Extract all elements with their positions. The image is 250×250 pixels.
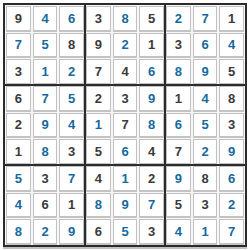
filled-digit: 8 <box>15 225 22 238</box>
sudoku-cell[interactable]: 2 <box>113 33 138 58</box>
sudoku-cell[interactable]: 5 <box>113 219 138 244</box>
filled-digit: 1 <box>41 65 48 78</box>
given-digit: 4 <box>121 65 128 78</box>
filled-digit: 5 <box>121 225 128 238</box>
sudoku-cell[interactable]: 1 <box>59 193 84 218</box>
filled-digit: 4 <box>201 92 208 105</box>
sudoku-cell[interactable]: 9 <box>193 59 218 84</box>
given-digit: 7 <box>121 118 128 131</box>
sudoku-cell[interactable]: 7 <box>166 139 191 164</box>
filled-digit: 8 <box>175 65 182 78</box>
sudoku-cell[interactable]: 3 <box>113 86 138 111</box>
filled-digit: 7 <box>228 225 235 238</box>
box-divider-horizontal-1 <box>5 84 245 86</box>
sudoku-cell[interactable]: 3 <box>166 33 191 58</box>
given-digit: 7 <box>95 65 102 78</box>
box-divider-vertical-2 <box>164 5 166 245</box>
sudoku-cell[interactable]: 2 <box>139 166 164 191</box>
sudoku-cell[interactable]: 5 <box>86 139 111 164</box>
filled-digit: 8 <box>95 198 102 211</box>
sudoku-cell[interactable]: 4 <box>166 219 191 244</box>
given-digit: 2 <box>148 172 155 185</box>
filled-digit: 1 <box>95 118 102 131</box>
sudoku-cell[interactable]: 1 <box>139 33 164 58</box>
sudoku-cell[interactable]: 6 <box>139 59 164 84</box>
sudoku-cell[interactable]: 9 <box>139 86 164 111</box>
sudoku-cell[interactable]: 5 <box>6 166 31 191</box>
filled-digit: 9 <box>68 225 75 238</box>
sudoku-cell[interactable]: 7 <box>59 166 84 191</box>
given-digit: 3 <box>148 225 155 238</box>
filled-digit: 2 <box>228 198 235 211</box>
sudoku-cell[interactable]: 7 <box>113 113 138 138</box>
filled-digit: 7 <box>41 92 48 105</box>
sudoku-cell[interactable]: 8 <box>6 219 31 244</box>
filled-digit: 4 <box>175 225 182 238</box>
filled-digit: 7 <box>148 198 155 211</box>
filled-digit: 9 <box>148 92 155 105</box>
sudoku-cell[interactable]: 7 <box>86 59 111 84</box>
sudoku-cell[interactable]: 7 <box>6 33 31 58</box>
given-digit: 3 <box>41 172 48 185</box>
sudoku-cell[interactable]: 5 <box>166 193 191 218</box>
sudoku-cell[interactable]: 9 <box>219 139 244 164</box>
filled-digit: 2 <box>175 12 182 25</box>
filled-digit: 2 <box>201 145 208 158</box>
given-digit: 3 <box>201 198 208 211</box>
given-digit: 5 <box>228 65 235 78</box>
sudoku-cell[interactable]: 2 <box>6 113 31 138</box>
filled-digit: 9 <box>41 118 48 131</box>
sudoku-grid: 9463852717589213643127468956752391482941… <box>5 5 245 245</box>
sudoku-cell[interactable]: 4 <box>113 59 138 84</box>
given-digit: 6 <box>15 92 22 105</box>
sudoku-cell[interactable]: 9 <box>166 166 191 191</box>
filled-digit: 5 <box>201 118 208 131</box>
given-digit: 1 <box>175 92 182 105</box>
filled-digit: 5 <box>68 92 75 105</box>
given-digit: 4 <box>148 145 155 158</box>
sudoku-cell[interactable]: 6 <box>86 219 111 244</box>
filled-digit: 2 <box>121 38 128 51</box>
filled-digit: 2 <box>68 65 75 78</box>
sudoku-cell[interactable]: 3 <box>139 219 164 244</box>
filled-digit: 6 <box>68 12 75 25</box>
sudoku-cell[interactable]: 6 <box>6 86 31 111</box>
sudoku-cell[interactable]: 6 <box>113 139 138 164</box>
sudoku-cell[interactable]: 1 <box>166 86 191 111</box>
given-digit: 8 <box>68 38 75 51</box>
sudoku-cell[interactable]: 2 <box>86 86 111 111</box>
filled-digit: 9 <box>175 172 182 185</box>
sudoku-cell[interactable]: 1 <box>219 6 244 31</box>
given-digit: 6 <box>41 198 48 211</box>
sudoku-cell[interactable]: 6 <box>33 193 58 218</box>
sudoku-cell[interactable]: 1 <box>6 139 31 164</box>
sudoku-cell[interactable]: 7 <box>33 86 58 111</box>
filled-digit: 8 <box>121 12 128 25</box>
sudoku-cell[interactable]: 6 <box>59 6 84 31</box>
sudoku-cell[interactable]: 9 <box>33 113 58 138</box>
sudoku-cell[interactable]: 3 <box>59 139 84 164</box>
sudoku-cell[interactable]: 1 <box>86 113 111 138</box>
sudoku-cell[interactable]: 3 <box>193 193 218 218</box>
sudoku-cell[interactable]: 6 <box>219 166 244 191</box>
sudoku-cell[interactable]: 6 <box>193 33 218 58</box>
sudoku-cell[interactable]: 3 <box>86 6 111 31</box>
filled-digit: 8 <box>41 145 48 158</box>
sudoku-cell[interactable]: 7 <box>193 6 218 31</box>
filled-digit: 1 <box>121 172 128 185</box>
filled-digit: 2 <box>41 225 48 238</box>
sudoku-cell[interactable]: 1 <box>193 219 218 244</box>
given-digit: 3 <box>95 12 102 25</box>
sudoku-cell[interactable]: 5 <box>33 33 58 58</box>
sudoku-cell[interactable]: 9 <box>6 6 31 31</box>
given-digit: 4 <box>95 172 102 185</box>
filled-digit: 6 <box>228 172 235 185</box>
filled-digit: 9 <box>201 65 208 78</box>
sudoku-cell[interactable]: 4 <box>139 139 164 164</box>
given-digit: 5 <box>148 12 155 25</box>
given-digit: 1 <box>68 198 75 211</box>
given-digit: 9 <box>95 38 102 51</box>
sudoku-cell[interactable]: 8 <box>33 139 58 164</box>
box-divider-horizontal-2 <box>5 164 245 166</box>
sudoku-cell[interactable]: 7 <box>219 219 244 244</box>
sudoku-cell[interactable]: 9 <box>86 33 111 58</box>
filled-digit: 6 <box>175 118 182 131</box>
sudoku-cell[interactable]: 4 <box>219 33 244 58</box>
filled-digit: 8 <box>148 118 155 131</box>
sudoku-cell[interactable]: 9 <box>113 193 138 218</box>
sudoku-cell[interactable]: 3 <box>219 113 244 138</box>
filled-digit: 9 <box>121 198 128 211</box>
filled-digit: 7 <box>15 38 22 51</box>
sudoku-cell[interactable]: 5 <box>59 86 84 111</box>
filled-digit: 1 <box>201 225 208 238</box>
sudoku-app: 9463852717589213643127468956752391482941… <box>0 0 250 250</box>
filled-digit: 6 <box>201 38 208 51</box>
filled-digit: 5 <box>41 38 48 51</box>
given-digit: 2 <box>15 118 22 131</box>
given-digit: 8 <box>228 92 235 105</box>
sudoku-cell[interactable]: 8 <box>59 33 84 58</box>
given-digit: 3 <box>15 65 22 78</box>
sudoku-cell[interactable]: 4 <box>59 113 84 138</box>
sudoku-cell[interactable]: 2 <box>33 219 58 244</box>
sudoku-cell[interactable]: 1 <box>33 59 58 84</box>
given-digit: 3 <box>228 118 235 131</box>
sudoku-cell[interactable]: 8 <box>139 113 164 138</box>
filled-digit: 4 <box>41 12 48 25</box>
sudoku-cell[interactable]: 8 <box>219 86 244 111</box>
sudoku-cell[interactable]: 4 <box>33 6 58 31</box>
sudoku-cell[interactable]: 8 <box>86 193 111 218</box>
sudoku-cell[interactable]: 5 <box>219 59 244 84</box>
sudoku-cell[interactable]: 3 <box>6 59 31 84</box>
sudoku-cell[interactable]: 2 <box>193 139 218 164</box>
given-digit: 3 <box>68 145 75 158</box>
filled-digit: 6 <box>148 65 155 78</box>
given-digit: 3 <box>175 38 182 51</box>
sudoku-cell[interactable]: 8 <box>113 6 138 31</box>
sudoku-cell[interactable]: 1 <box>113 166 138 191</box>
given-digit: 7 <box>175 145 182 158</box>
sudoku-cell[interactable]: 4 <box>193 86 218 111</box>
sudoku-cell[interactable]: 2 <box>59 59 84 84</box>
sudoku-cell[interactable]: 8 <box>193 166 218 191</box>
sudoku-cell[interactable]: 4 <box>86 166 111 191</box>
filled-digit: 4 <box>15 198 22 211</box>
given-digit: 1 <box>228 12 235 25</box>
filled-digit: 4 <box>68 118 75 131</box>
sudoku-cell[interactable]: 3 <box>33 166 58 191</box>
given-digit: 6 <box>95 225 102 238</box>
filled-digit: 6 <box>121 145 128 158</box>
given-digit: 5 <box>95 145 102 158</box>
filled-digit: 4 <box>228 38 235 51</box>
filled-digit: 9 <box>228 145 235 158</box>
sudoku-cell[interactable]: 5 <box>139 6 164 31</box>
given-digit: 2 <box>95 92 102 105</box>
given-digit: 1 <box>148 38 155 51</box>
given-digit: 5 <box>175 198 182 211</box>
sudoku-cell[interactable]: 2 <box>166 6 191 31</box>
sudoku-cell[interactable]: 4 <box>6 193 31 218</box>
given-digit: 3 <box>121 92 128 105</box>
sudoku-cell[interactable]: 7 <box>139 193 164 218</box>
sudoku-cell[interactable]: 5 <box>193 113 218 138</box>
sudoku-board: 9463852717589213643127468956752391482941… <box>3 3 247 247</box>
given-digit: 9 <box>15 12 22 25</box>
sudoku-cell[interactable]: 6 <box>166 113 191 138</box>
filled-digit: 5 <box>15 172 22 185</box>
filled-digit: 7 <box>68 172 75 185</box>
filled-digit: 7 <box>201 12 208 25</box>
sudoku-cell[interactable]: 9 <box>59 219 84 244</box>
sudoku-cell[interactable]: 2 <box>219 193 244 218</box>
box-divider-vertical-1 <box>84 5 86 245</box>
given-digit: 8 <box>201 172 208 185</box>
given-digit: 1 <box>15 145 22 158</box>
sudoku-cell[interactable]: 8 <box>166 59 191 84</box>
